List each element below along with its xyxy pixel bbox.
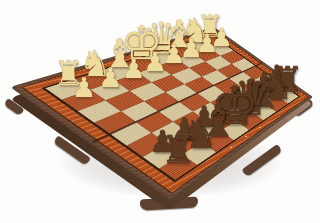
chess-set-photo: ♜♞♟♝♟♛♟♚♟♝♟♞♟♟♜♟♟♜♟♟♞♟♝♛♟♚♟♝♟♞♟♜ (0, 0, 320, 223)
